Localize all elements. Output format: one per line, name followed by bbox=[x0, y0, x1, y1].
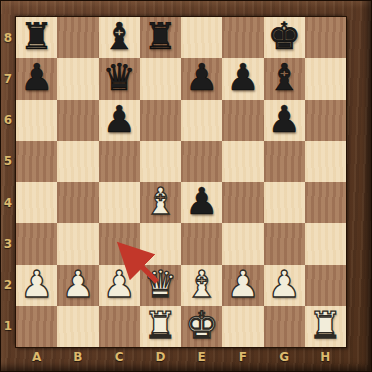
square-b3[interactable] bbox=[57, 223, 98, 264]
square-g7[interactable]: ♝ bbox=[264, 58, 305, 99]
square-f2[interactable]: ♟ bbox=[222, 265, 263, 306]
square-c1[interactable] bbox=[99, 306, 140, 347]
piece-white-rook[interactable]: ♜ bbox=[144, 307, 177, 344]
square-g4[interactable] bbox=[264, 182, 305, 223]
piece-black-king[interactable]: ♚ bbox=[268, 18, 301, 55]
square-d2[interactable]: ♛ bbox=[140, 265, 181, 306]
square-f1[interactable] bbox=[222, 306, 263, 347]
rank-labels: 87654321 bbox=[0, 17, 16, 347]
square-b4[interactable] bbox=[57, 182, 98, 223]
square-g5[interactable] bbox=[264, 141, 305, 182]
square-a7[interactable]: ♟ bbox=[16, 58, 57, 99]
square-d1[interactable]: ♜ bbox=[140, 306, 181, 347]
piece-white-pawn[interactable]: ♟ bbox=[61, 266, 94, 303]
piece-black-pawn[interactable]: ♟ bbox=[20, 59, 53, 96]
square-e8[interactable] bbox=[181, 17, 222, 58]
square-f4[interactable] bbox=[222, 182, 263, 223]
piece-white-bishop[interactable]: ♝ bbox=[144, 183, 177, 220]
piece-white-pawn[interactable]: ♟ bbox=[226, 266, 259, 303]
square-c4[interactable] bbox=[99, 182, 140, 223]
square-a3[interactable] bbox=[16, 223, 57, 264]
file-label-f: F bbox=[222, 348, 263, 365]
square-c2[interactable]: ♟ bbox=[99, 265, 140, 306]
square-h8[interactable] bbox=[305, 17, 346, 58]
square-e2[interactable]: ♝ bbox=[181, 265, 222, 306]
square-b7[interactable] bbox=[57, 58, 98, 99]
square-e5[interactable] bbox=[181, 141, 222, 182]
square-c8[interactable]: ♝ bbox=[99, 17, 140, 58]
rank-label-7: 7 bbox=[0, 58, 16, 99]
piece-black-pawn[interactable]: ♟ bbox=[268, 101, 301, 138]
piece-black-pawn[interactable]: ♟ bbox=[185, 59, 218, 96]
square-a1[interactable] bbox=[16, 306, 57, 347]
square-e6[interactable] bbox=[181, 100, 222, 141]
square-h1[interactable]: ♜ bbox=[305, 306, 346, 347]
piece-white-king[interactable]: ♚ bbox=[185, 307, 218, 344]
board-frame: 87654321 ABCDEFGH ♜♝♜♚♟♛♟♟♝♟♟♝♟♟♟♟♛♝♟♟♜♚… bbox=[0, 0, 372, 372]
square-g1[interactable] bbox=[264, 306, 305, 347]
square-b2[interactable]: ♟ bbox=[57, 265, 98, 306]
square-d7[interactable] bbox=[140, 58, 181, 99]
square-g8[interactable]: ♚ bbox=[264, 17, 305, 58]
square-c6[interactable]: ♟ bbox=[99, 100, 140, 141]
square-b5[interactable] bbox=[57, 141, 98, 182]
square-f3[interactable] bbox=[222, 223, 263, 264]
square-a5[interactable] bbox=[16, 141, 57, 182]
square-d8[interactable]: ♜ bbox=[140, 17, 181, 58]
piece-black-bishop[interactable]: ♝ bbox=[103, 18, 136, 55]
file-label-a: A bbox=[16, 348, 57, 365]
square-h5[interactable] bbox=[305, 141, 346, 182]
square-d3[interactable] bbox=[140, 223, 181, 264]
piece-white-pawn[interactable]: ♟ bbox=[103, 266, 136, 303]
file-labels: ABCDEFGH bbox=[16, 348, 346, 365]
square-h3[interactable] bbox=[305, 223, 346, 264]
square-d4[interactable]: ♝ bbox=[140, 182, 181, 223]
piece-white-pawn[interactable]: ♟ bbox=[20, 266, 53, 303]
square-a8[interactable]: ♜ bbox=[16, 17, 57, 58]
file-label-c: C bbox=[99, 348, 140, 365]
rank-label-3: 3 bbox=[0, 223, 16, 264]
square-f5[interactable] bbox=[222, 141, 263, 182]
square-e7[interactable]: ♟ bbox=[181, 58, 222, 99]
square-c3[interactable] bbox=[99, 223, 140, 264]
square-e3[interactable] bbox=[181, 223, 222, 264]
square-h6[interactable] bbox=[305, 100, 346, 141]
square-d6[interactable] bbox=[140, 100, 181, 141]
rank-label-4: 4 bbox=[0, 182, 16, 223]
square-h2[interactable] bbox=[305, 265, 346, 306]
file-label-g: G bbox=[264, 348, 305, 365]
file-label-d: D bbox=[140, 348, 181, 365]
file-label-h: H bbox=[305, 348, 346, 365]
square-b1[interactable] bbox=[57, 306, 98, 347]
chess-board[interactable]: ♜♝♜♚♟♛♟♟♝♟♟♝♟♟♟♟♛♝♟♟♜♚♜ bbox=[16, 17, 346, 347]
rank-label-1: 1 bbox=[0, 306, 16, 347]
piece-black-pawn[interactable]: ♟ bbox=[226, 59, 259, 96]
square-f6[interactable] bbox=[222, 100, 263, 141]
file-label-b: B bbox=[57, 348, 98, 365]
piece-black-pawn[interactable]: ♟ bbox=[103, 101, 136, 138]
square-c5[interactable] bbox=[99, 141, 140, 182]
square-b6[interactable] bbox=[57, 100, 98, 141]
rank-label-2: 2 bbox=[0, 265, 16, 306]
square-b8[interactable] bbox=[57, 17, 98, 58]
piece-white-rook[interactable]: ♜ bbox=[309, 307, 342, 344]
square-g3[interactable] bbox=[264, 223, 305, 264]
square-g6[interactable]: ♟ bbox=[264, 100, 305, 141]
piece-white-queen[interactable]: ♛ bbox=[144, 266, 177, 303]
piece-black-pawn[interactable]: ♟ bbox=[185, 183, 218, 220]
piece-white-bishop[interactable]: ♝ bbox=[185, 266, 218, 303]
square-f8[interactable] bbox=[222, 17, 263, 58]
square-a2[interactable]: ♟ bbox=[16, 265, 57, 306]
rank-label-6: 6 bbox=[0, 100, 16, 141]
square-c7[interactable]: ♛ bbox=[99, 58, 140, 99]
piece-white-pawn[interactable]: ♟ bbox=[268, 266, 301, 303]
piece-black-rook[interactable]: ♜ bbox=[20, 18, 53, 55]
piece-black-bishop[interactable]: ♝ bbox=[268, 59, 301, 96]
file-label-e: E bbox=[181, 348, 222, 365]
square-e1[interactable]: ♚ bbox=[181, 306, 222, 347]
square-h4[interactable] bbox=[305, 182, 346, 223]
piece-black-queen[interactable]: ♛ bbox=[103, 59, 136, 96]
piece-black-rook[interactable]: ♜ bbox=[144, 18, 177, 55]
rank-label-8: 8 bbox=[0, 17, 16, 58]
rank-label-5: 5 bbox=[0, 141, 16, 182]
square-a6[interactable] bbox=[16, 100, 57, 141]
square-a4[interactable] bbox=[16, 182, 57, 223]
square-h7[interactable] bbox=[305, 58, 346, 99]
square-d5[interactable] bbox=[140, 141, 181, 182]
square-f7[interactable]: ♟ bbox=[222, 58, 263, 99]
square-g2[interactable]: ♟ bbox=[264, 265, 305, 306]
square-e4[interactable]: ♟ bbox=[181, 182, 222, 223]
